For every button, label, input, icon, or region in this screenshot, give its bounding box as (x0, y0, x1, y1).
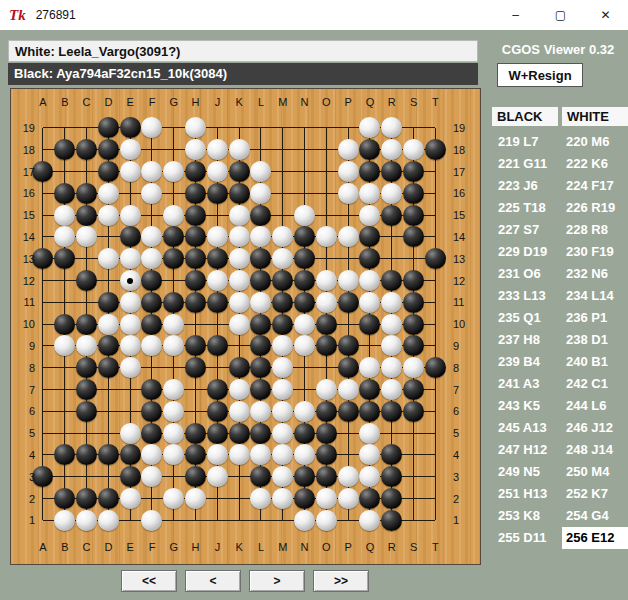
black-stone (316, 335, 337, 356)
intersection-E7 (119, 379, 141, 401)
black-move[interactable]: 251 H13 (498, 483, 547, 505)
intersection-M13 (272, 248, 294, 270)
black-move[interactable]: 221 G11 (498, 153, 547, 175)
minimize-button[interactable]: – (493, 0, 538, 30)
black-move[interactable]: 255 D11 (498, 527, 546, 549)
intersection-G1 (163, 509, 185, 531)
intersection-D1 (97, 509, 119, 531)
white-stone (338, 270, 359, 291)
white-move[interactable]: 250 M4 (562, 461, 628, 483)
black-stone (207, 183, 228, 204)
intersection-C1 (76, 509, 98, 531)
intersection-F19 (141, 117, 163, 139)
close-button[interactable]: ✕ (583, 0, 628, 30)
intersection-Q19 (359, 117, 381, 139)
intersection-L5 (250, 422, 272, 444)
white-stone (250, 292, 271, 313)
move-list-row: 229 D19230 F19 (490, 241, 628, 263)
intersection-Q12 (359, 270, 381, 292)
white-stone (76, 510, 97, 531)
white-stone (250, 401, 271, 422)
intersection-M17 (272, 161, 294, 183)
intersection-T9 (424, 335, 446, 357)
intersection-N15 (294, 204, 316, 226)
white-move[interactable]: 226 R19 (562, 197, 628, 219)
black-stone (185, 444, 206, 465)
intersection-R9 (381, 335, 403, 357)
white-stone (229, 379, 250, 400)
black-stone (54, 488, 75, 509)
row-label: 18 (453, 143, 475, 157)
intersection-N9 (294, 335, 316, 357)
intersection-J16 (206, 182, 228, 204)
white-stone (316, 292, 337, 313)
white-move[interactable]: 240 B1 (562, 351, 628, 373)
column-label: A (35, 541, 51, 553)
black-stone (76, 444, 97, 465)
row-label: 7 (13, 383, 35, 397)
intersection-G2 (163, 488, 185, 510)
intersection-Q7 (359, 379, 381, 401)
intersection-K3 (228, 466, 250, 488)
black-stone (207, 401, 228, 422)
white-stone (272, 401, 293, 422)
black-move[interactable]: 233 L13 (498, 285, 546, 307)
intersection-H18 (185, 139, 207, 161)
intersection-B4 (54, 444, 76, 466)
intersection-T8 (424, 357, 446, 379)
white-stone (207, 444, 228, 465)
black-move[interactable]: 225 T18 (498, 197, 546, 219)
back-button[interactable]: < (185, 570, 241, 592)
intersection-B17 (54, 161, 76, 183)
white-move[interactable]: 234 L14 (562, 285, 628, 307)
intersection-Q2 (359, 488, 381, 510)
column-label: C (79, 541, 95, 553)
intersection-P14 (337, 226, 359, 248)
column-label: S (406, 96, 422, 108)
white-move[interactable]: 230 F19 (562, 241, 628, 263)
intersection-K19 (228, 117, 250, 139)
intersection-J1 (206, 509, 228, 531)
intersection-Q5 (359, 422, 381, 444)
black-stone (294, 248, 315, 269)
intersection-T6 (424, 400, 446, 422)
black-stone (316, 423, 337, 444)
black-stone (359, 139, 380, 160)
intersection-D13 (97, 248, 119, 270)
intersection-P12 (337, 270, 359, 292)
intersection-M4 (272, 444, 294, 466)
intersection-E9 (119, 335, 141, 357)
white-stone (316, 510, 337, 531)
intersection-J6 (206, 400, 228, 422)
intersection-T3 (424, 466, 446, 488)
black-stone (250, 205, 271, 226)
white-move[interactable]: 232 N6 (562, 263, 628, 285)
intersection-B14 (54, 226, 76, 248)
move-list-header-white: WHITE (562, 107, 628, 126)
white-move[interactable]: 238 D1 (562, 329, 628, 351)
white-stone (381, 379, 402, 400)
intersection-S17 (403, 161, 425, 183)
move-list-row: 253 K8254 G4 (490, 505, 628, 527)
white-stone (207, 466, 228, 487)
black-move[interactable]: 239 B4 (498, 351, 540, 373)
white-stone (229, 444, 250, 465)
intersection-K18 (228, 139, 250, 161)
intersection-A13 (32, 248, 54, 270)
intersection-R16 (381, 182, 403, 204)
intersection-P17 (337, 161, 359, 183)
intersection-P13 (337, 248, 359, 270)
black-stone (98, 357, 119, 378)
intersection-N1 (294, 509, 316, 531)
intersection-R8 (381, 357, 403, 379)
intersection-J13 (206, 248, 228, 270)
intersection-K6 (228, 400, 250, 422)
white-stone (120, 357, 141, 378)
intersection-E11 (119, 291, 141, 313)
row-label: 18 (13, 143, 35, 157)
row-label: 1 (13, 513, 35, 527)
white-stone (120, 488, 141, 509)
white-stone (141, 444, 162, 465)
intersection-F18 (141, 139, 163, 161)
black-stone (54, 139, 75, 160)
intersection-H16 (185, 182, 207, 204)
black-stone (250, 314, 271, 335)
intersection-G16 (163, 182, 185, 204)
black-stone (381, 488, 402, 509)
row-label: 13 (13, 252, 35, 266)
column-label: N (297, 541, 313, 553)
column-label: J (209, 541, 225, 553)
intersection-E12 (119, 270, 141, 292)
intersection-P9 (337, 335, 359, 357)
intersection-S15 (403, 204, 425, 226)
black-move[interactable]: 229 D19 (498, 241, 547, 263)
white-move[interactable]: 244 L6 (562, 395, 628, 417)
black-move[interactable]: 241 A3 (498, 373, 539, 395)
column-label: O (318, 96, 334, 108)
intersection-L15 (250, 204, 272, 226)
black-stone (163, 226, 184, 247)
column-label: P (340, 541, 356, 553)
black-stone (338, 357, 359, 378)
row-label: 12 (13, 274, 35, 288)
black-stone (98, 161, 119, 182)
row-label: 14 (13, 230, 35, 244)
white-stone (98, 510, 119, 531)
intersection-M10 (272, 313, 294, 335)
intersection-D2 (97, 488, 119, 510)
black-stone (76, 270, 97, 291)
black-stone (229, 423, 250, 444)
white-stone (250, 488, 271, 509)
white-stone (229, 292, 250, 313)
intersection-G5 (163, 422, 185, 444)
white-stone (381, 335, 402, 356)
intersection-P7 (337, 379, 359, 401)
white-stone (338, 183, 359, 204)
black-move[interactable]: 245 A13 (498, 417, 547, 439)
intersection-G7 (163, 379, 185, 401)
black-stone (381, 510, 402, 531)
black-stone (338, 292, 359, 313)
fast-forward-button[interactable]: >> (313, 570, 369, 592)
intersection-K10 (228, 313, 250, 335)
white-move[interactable]: 236 P1 (562, 307, 628, 329)
column-label: R (384, 96, 400, 108)
black-move[interactable]: 235 Q1 (498, 307, 541, 329)
white-move[interactable]: 248 J14 (562, 439, 628, 461)
row-label: 15 (453, 208, 475, 222)
intersection-H6 (185, 400, 207, 422)
intersection-A18 (32, 139, 54, 161)
intersection-K17 (228, 161, 250, 183)
black-move[interactable]: 219 L7 (498, 131, 538, 153)
intersection-F2 (141, 488, 163, 510)
intersection-T16 (424, 182, 446, 204)
white-stone (359, 117, 380, 138)
column-label: C (79, 96, 95, 108)
white-stone (98, 248, 119, 269)
intersection-K7 (228, 379, 250, 401)
intersection-R15 (381, 204, 403, 226)
column-label: L (253, 541, 269, 553)
intersection-M12 (272, 270, 294, 292)
intersection-D11 (97, 291, 119, 313)
black-stone (403, 270, 424, 291)
intersection-A4 (32, 444, 54, 466)
intersection-M15 (272, 204, 294, 226)
black-move[interactable]: 231 O6 (498, 263, 541, 285)
intersection-F5 (141, 422, 163, 444)
black-stone (163, 292, 184, 313)
black-stone (54, 183, 75, 204)
intersection-B12 (54, 270, 76, 292)
intersection-C5 (76, 422, 98, 444)
intersection-D19 (97, 117, 119, 139)
column-label: D (100, 541, 116, 553)
intersection-L11 (250, 291, 272, 313)
intersection-M18 (272, 139, 294, 161)
black-stone (294, 466, 315, 487)
white-move[interactable]: 228 R8 (562, 219, 628, 241)
intersection-O7 (315, 379, 337, 401)
intersection-A16 (32, 182, 54, 204)
white-stone (272, 444, 293, 465)
black-stone (294, 423, 315, 444)
white-stone (141, 510, 162, 531)
white-stone (229, 314, 250, 335)
black-move[interactable]: 227 S7 (498, 219, 539, 241)
white-stone (207, 226, 228, 247)
intersection-K2 (228, 488, 250, 510)
white-stone (316, 488, 337, 509)
column-label: B (57, 96, 73, 108)
intersection-R3 (381, 466, 403, 488)
intersection-T12 (424, 270, 446, 292)
intersection-G12 (163, 270, 185, 292)
intersection-F1 (141, 509, 163, 531)
intersection-N8 (294, 357, 316, 379)
white-stone (185, 488, 206, 509)
intersection-D12 (97, 270, 119, 292)
black-stone (185, 248, 206, 269)
intersection-Q17 (359, 161, 381, 183)
black-move[interactable]: 223 J6 (498, 175, 538, 197)
intersection-H4 (185, 444, 207, 466)
white-move[interactable]: 224 F17 (562, 175, 628, 197)
rewind-button[interactable]: << (121, 570, 177, 592)
black-stone (229, 183, 250, 204)
black-stone (76, 314, 97, 335)
black-stone (185, 205, 206, 226)
black-stone (425, 139, 446, 160)
white-stone (185, 117, 206, 138)
white-stone (163, 401, 184, 422)
white-stone (359, 423, 380, 444)
intersection-B9 (54, 335, 76, 357)
white-stone (54, 226, 75, 247)
intersection-F9 (141, 335, 163, 357)
white-move[interactable]: 220 M6 (562, 131, 628, 153)
black-stone (294, 488, 315, 509)
intersection-R14 (381, 226, 403, 248)
white-move[interactable]: 254 G4 (562, 505, 628, 527)
intersection-T5 (424, 422, 446, 444)
white-stone (229, 270, 250, 291)
intersection-G4 (163, 444, 185, 466)
white-move[interactable]: 242 C1 (562, 373, 628, 395)
black-stone (359, 161, 380, 182)
intersection-R11 (381, 291, 403, 313)
intersection-G9 (163, 335, 185, 357)
move-list-row: 241 A3242 C1 (490, 373, 628, 395)
game-result-button[interactable]: W+Resign (497, 63, 583, 87)
intersection-Q9 (359, 335, 381, 357)
intersection-E15 (119, 204, 141, 226)
intersection-K12 (228, 270, 250, 292)
intersection-R2 (381, 488, 403, 510)
column-label: F (144, 541, 160, 553)
black-stone (207, 292, 228, 313)
intersection-B10 (54, 313, 76, 335)
go-board: AABBCCDDEEFFGGHHJJKKLLMMNNOOPPQQRRSSTT19… (10, 88, 481, 565)
white-move[interactable]: 246 J12 (562, 417, 628, 439)
intersection-D10 (97, 313, 119, 335)
white-stone (250, 161, 271, 182)
intersection-O13 (315, 248, 337, 270)
intersection-R19 (381, 117, 403, 139)
row-label: 5 (13, 426, 35, 440)
white-stone (120, 335, 141, 356)
intersection-P10 (337, 313, 359, 335)
intersection-J18 (206, 139, 228, 161)
intersection-M9 (272, 335, 294, 357)
intersection-F14 (141, 226, 163, 248)
intersection-F11 (141, 291, 163, 313)
intersection-J15 (206, 204, 228, 226)
black-stone (141, 314, 162, 335)
intersection-M14 (272, 226, 294, 248)
move-list-row: 235 Q1236 P1 (490, 307, 628, 329)
intersection-T19 (424, 117, 446, 139)
intersection-L9 (250, 335, 272, 357)
black-move[interactable]: 253 K8 (498, 505, 540, 527)
maximize-button[interactable]: ▢ (538, 0, 583, 30)
black-stone (98, 488, 119, 509)
intersection-P1 (337, 509, 359, 531)
white-stone (338, 379, 359, 400)
intersection-A5 (32, 422, 54, 444)
intersection-T15 (424, 204, 446, 226)
intersection-M1 (272, 509, 294, 531)
move-list-row: 233 L13234 L14 (490, 285, 628, 307)
intersection-S13 (403, 248, 425, 270)
intersection-G13 (163, 248, 185, 270)
black-stone (381, 161, 402, 182)
intersection-F17 (141, 161, 163, 183)
black-stone (141, 423, 162, 444)
white-player-bar: White: Leela_Vargo(3091?) (8, 40, 478, 62)
intersection-R1 (381, 509, 403, 531)
intersection-D4 (97, 444, 119, 466)
intersection-H10 (185, 313, 207, 335)
intersection-H15 (185, 204, 207, 226)
white-stone (163, 205, 184, 226)
column-label: B (57, 541, 73, 553)
white-stone (141, 226, 162, 247)
intersection-B5 (54, 422, 76, 444)
intersection-B15 (54, 204, 76, 226)
intersection-R17 (381, 161, 403, 183)
white-stone (272, 379, 293, 400)
black-stone (98, 444, 119, 465)
intersection-R12 (381, 270, 403, 292)
white-stone (120, 292, 141, 313)
black-move[interactable]: 237 H8 (498, 329, 540, 351)
intersection-J14 (206, 226, 228, 248)
intersection-B6 (54, 400, 76, 422)
white-stone (272, 357, 293, 378)
intersection-S12 (403, 270, 425, 292)
white-stone (163, 335, 184, 356)
forward-button[interactable]: > (249, 570, 305, 592)
intersection-R6 (381, 400, 403, 422)
black-move[interactable]: 249 N5 (498, 461, 540, 483)
white-stone (338, 139, 359, 160)
intersection-H8 (185, 357, 207, 379)
white-stone (294, 314, 315, 335)
intersection-K1 (228, 509, 250, 531)
column-label: H (188, 541, 204, 553)
white-move[interactable]: 252 K7 (562, 483, 628, 505)
white-stone (381, 357, 402, 378)
black-stone (98, 117, 119, 138)
intersection-T10 (424, 313, 446, 335)
white-stone (316, 226, 337, 247)
column-label: H (188, 96, 204, 108)
black-move[interactable]: 243 K5 (498, 395, 540, 417)
black-move[interactable]: 247 H12 (498, 439, 547, 461)
intersection-K4 (228, 444, 250, 466)
intersection-H5 (185, 422, 207, 444)
white-move-current[interactable]: 256 E12 (562, 527, 628, 549)
white-move[interactable]: 222 K6 (562, 153, 628, 175)
